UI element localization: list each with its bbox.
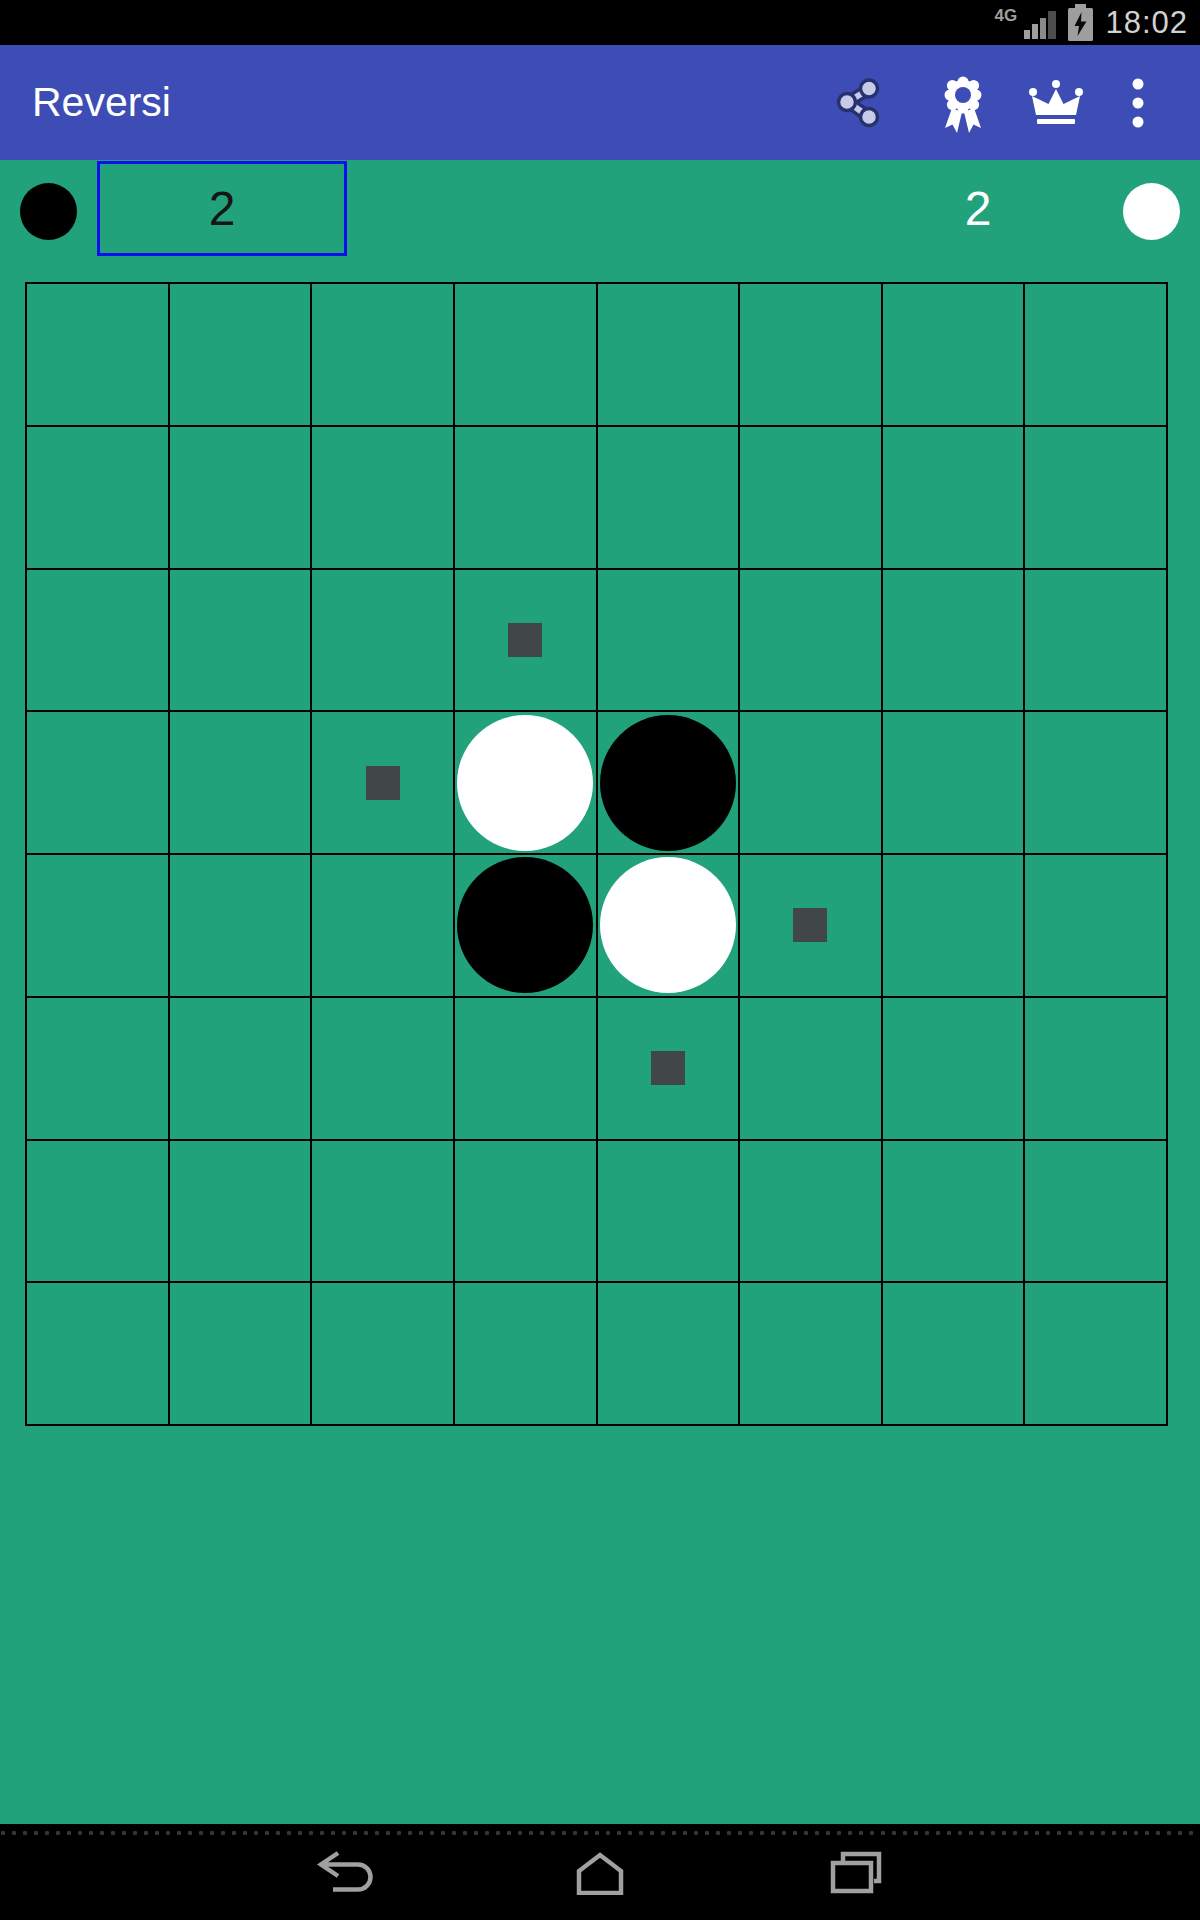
cell-b4[interactable] [169,711,312,854]
cell-a7[interactable] [26,1140,169,1283]
cell-b2[interactable] [169,426,312,569]
disc-white [600,857,736,993]
overflow-menu-icon[interactable] [1131,45,1145,160]
cell-h2[interactable] [1024,426,1167,569]
home-icon[interactable] [571,1824,629,1920]
signal-strength-icon: 4G [994,6,1056,40]
navigation-bar [0,1824,1200,1920]
cell-a3[interactable] [26,569,169,712]
cell-e7[interactable] [597,1140,740,1283]
cell-g2[interactable] [882,426,1025,569]
cell-a5[interactable] [26,854,169,997]
cell-d7[interactable] [454,1140,597,1283]
cell-f4[interactable] [739,711,882,854]
cell-e3[interactable] [597,569,740,712]
white-player-disc-indicator [1123,183,1180,240]
cell-e2[interactable] [597,426,740,569]
recents-icon[interactable] [828,1824,884,1920]
cell-f3[interactable] [739,569,882,712]
cell-d2[interactable] [454,426,597,569]
cell-g1[interactable] [882,283,1025,426]
cell-f5[interactable] [739,854,882,997]
cell-c4[interactable] [311,711,454,854]
cell-f6[interactable] [739,997,882,1140]
cell-c3[interactable] [311,569,454,712]
cell-g3[interactable] [882,569,1025,712]
disc-black [600,715,736,851]
legal-move-hint [508,623,542,657]
white-score: 2 [928,161,1028,256]
battery-charging-icon [1068,4,1093,41]
cell-e8[interactable] [597,1282,740,1425]
cell-c7[interactable] [311,1140,454,1283]
cell-g6[interactable] [882,997,1025,1140]
status-bar: 4G 18:02 [0,0,1200,45]
cell-h4[interactable] [1024,711,1167,854]
share-icon[interactable] [834,45,884,160]
cell-c5[interactable] [311,854,454,997]
cell-a1[interactable] [26,283,169,426]
cell-d6[interactable] [454,997,597,1140]
cell-a4[interactable] [26,711,169,854]
cell-d8[interactable] [454,1282,597,1425]
black-player-disc-indicator [20,183,77,240]
cell-b7[interactable] [169,1140,312,1283]
cell-g7[interactable] [882,1140,1025,1283]
black-score-active-box: 2 [97,161,347,256]
cell-f7[interactable] [739,1140,882,1283]
disc-black [457,857,593,993]
cell-b1[interactable] [169,283,312,426]
cell-a2[interactable] [26,426,169,569]
award-icon[interactable] [937,45,989,160]
crown-icon[interactable] [1026,45,1086,160]
legal-move-hint [651,1051,685,1085]
cell-e5[interactable] [597,854,740,997]
app-bar: Reversi [0,45,1200,160]
cell-d4[interactable] [454,711,597,854]
black-score: 2 [209,181,236,236]
board [25,282,1168,1426]
cell-a8[interactable] [26,1282,169,1425]
clock: 18:02 [1105,5,1188,41]
disc-white [457,715,593,851]
cell-g4[interactable] [882,711,1025,854]
cell-g5[interactable] [882,854,1025,997]
cell-a6[interactable] [26,997,169,1140]
cell-f8[interactable] [739,1282,882,1425]
cell-c1[interactable] [311,283,454,426]
cell-e6[interactable] [597,997,740,1140]
back-icon[interactable] [313,1824,377,1920]
cell-h3[interactable] [1024,569,1167,712]
legal-move-hint [793,908,827,942]
network-type-label: 4G [994,6,1017,26]
cell-b3[interactable] [169,569,312,712]
page-title: Reversi [32,45,171,160]
cell-h8[interactable] [1024,1282,1167,1425]
cell-h6[interactable] [1024,997,1167,1140]
cell-b8[interactable] [169,1282,312,1425]
cell-h1[interactable] [1024,283,1167,426]
legal-move-hint [366,766,400,800]
cell-h7[interactable] [1024,1140,1167,1283]
cell-g8[interactable] [882,1282,1025,1425]
cell-d3[interactable] [454,569,597,712]
cell-f1[interactable] [739,283,882,426]
cell-c2[interactable] [311,426,454,569]
cell-c8[interactable] [311,1282,454,1425]
cell-f2[interactable] [739,426,882,569]
cell-c6[interactable] [311,997,454,1140]
cell-b6[interactable] [169,997,312,1140]
cell-d1[interactable] [454,283,597,426]
cell-e4[interactable] [597,711,740,854]
cell-e1[interactable] [597,283,740,426]
cell-h5[interactable] [1024,854,1167,997]
cell-d5[interactable] [454,854,597,997]
cell-b5[interactable] [169,854,312,997]
